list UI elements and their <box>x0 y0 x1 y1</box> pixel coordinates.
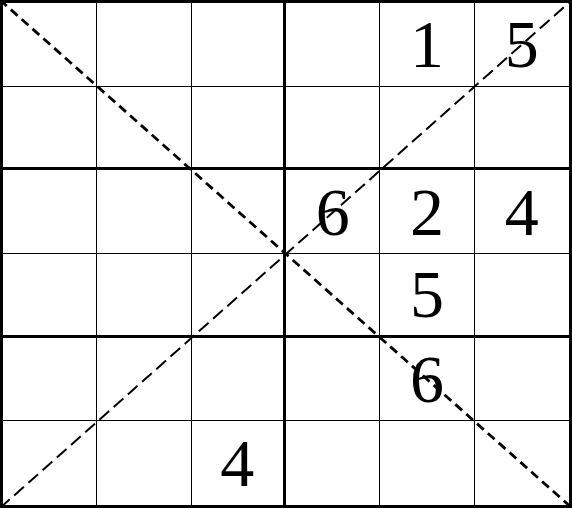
cell-r1c5[interactable]: 1 <box>380 3 474 87</box>
given-digit: 2 <box>410 178 444 246</box>
cell-r4c4[interactable] <box>286 254 380 338</box>
cell-r1c3[interactable] <box>192 3 286 87</box>
given-digit: 5 <box>505 10 539 78</box>
cell-r6c1[interactable] <box>3 421 97 505</box>
cell-r6c2[interactable] <box>97 421 191 505</box>
given-digit: 6 <box>316 178 350 246</box>
cell-r1c2[interactable] <box>97 3 191 87</box>
cell-r5c4[interactable] <box>286 338 380 422</box>
cell-r3c6[interactable]: 4 <box>475 170 569 254</box>
cell-r4c1[interactable] <box>3 254 97 338</box>
cell-r3c1[interactable] <box>3 170 97 254</box>
cell-r2c1[interactable] <box>3 87 97 171</box>
cell-r5c5[interactable]: 6 <box>380 338 474 422</box>
cell-r3c3[interactable] <box>192 170 286 254</box>
cell-r4c5[interactable]: 5 <box>380 254 474 338</box>
cell-r4c6[interactable] <box>475 254 569 338</box>
cell-r3c5[interactable]: 2 <box>380 170 474 254</box>
cell-r6c4[interactable] <box>286 421 380 505</box>
given-digit: 4 <box>505 178 539 246</box>
cell-r2c4[interactable] <box>286 87 380 171</box>
cell-r2c2[interactable] <box>97 87 191 171</box>
cell-r3c2[interactable] <box>97 170 191 254</box>
cell-r5c3[interactable] <box>192 338 286 422</box>
cell-r2c5[interactable] <box>380 87 474 171</box>
given-digit: 1 <box>410 10 444 78</box>
cell-r2c6[interactable] <box>475 87 569 171</box>
sudoku-board: 1 5 6 2 4 5 6 4 <box>0 0 572 508</box>
cell-r1c1[interactable] <box>3 3 97 87</box>
cell-r2c3[interactable] <box>192 87 286 171</box>
cell-r5c6[interactable] <box>475 338 569 422</box>
sudoku-grid: 1 5 6 2 4 5 6 4 <box>0 0 572 508</box>
cell-r1c6[interactable]: 5 <box>475 3 569 87</box>
given-digit: 4 <box>220 429 254 497</box>
cell-r6c3[interactable]: 4 <box>192 421 286 505</box>
cell-r5c2[interactable] <box>97 338 191 422</box>
cell-r6c6[interactable] <box>475 421 569 505</box>
given-digit: 5 <box>410 260 444 328</box>
cell-r3c4[interactable]: 6 <box>286 170 380 254</box>
cell-r4c2[interactable] <box>97 254 191 338</box>
cell-r6c5[interactable] <box>380 421 474 505</box>
cell-r4c3[interactable] <box>192 254 286 338</box>
cell-r1c4[interactable] <box>286 3 380 87</box>
given-digit: 6 <box>410 345 444 413</box>
cell-r5c1[interactable] <box>3 338 97 422</box>
